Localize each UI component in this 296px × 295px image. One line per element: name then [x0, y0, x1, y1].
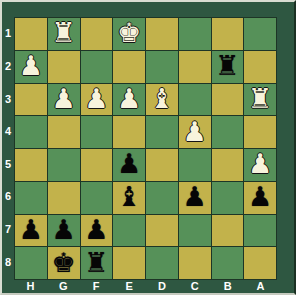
square-d1[interactable]: [146, 18, 178, 50]
white-pawn-f3[interactable]: ♟: [84, 85, 108, 112]
file-label-f: F: [80, 278, 113, 293]
square-f8[interactable]: ♜: [81, 247, 113, 279]
black-pawn-f7[interactable]: ♟: [84, 216, 108, 243]
square-e6[interactable]: ♝: [113, 182, 145, 214]
square-e2[interactable]: [113, 51, 145, 83]
square-e5[interactable]: ♟: [113, 149, 145, 181]
square-b6[interactable]: [212, 182, 244, 214]
white-pawn-g3[interactable]: ♟: [52, 85, 76, 112]
square-d3[interactable]: ♝: [146, 84, 178, 116]
square-b2[interactable]: ♜: [212, 51, 244, 83]
square-g7[interactable]: ♟: [48, 215, 80, 247]
square-d7[interactable]: [146, 215, 178, 247]
black-pawn-h7[interactable]: ♟: [19, 216, 43, 243]
square-b5[interactable]: [212, 149, 244, 181]
square-c2[interactable]: [179, 51, 211, 83]
rank-label-2: 2: [2, 50, 14, 83]
square-c4[interactable]: ♟: [179, 116, 211, 148]
file-label-a: A: [244, 278, 277, 293]
square-f6[interactable]: [81, 182, 113, 214]
rank-label-1: 1: [2, 17, 14, 50]
square-b7[interactable]: [212, 215, 244, 247]
rank-label-8: 8: [2, 245, 14, 278]
square-c7[interactable]: [179, 215, 211, 247]
file-label-h: H: [14, 278, 47, 293]
square-d8[interactable]: [146, 247, 178, 279]
file-labels: HGFEDCBA: [14, 278, 277, 293]
square-f2[interactable]: [81, 51, 113, 83]
square-d2[interactable]: [146, 51, 178, 83]
square-b4[interactable]: [212, 116, 244, 148]
square-a4[interactable]: [244, 116, 276, 148]
square-a7[interactable]: [244, 215, 276, 247]
square-f4[interactable]: [81, 116, 113, 148]
square-c1[interactable]: [179, 18, 211, 50]
square-a1[interactable]: [244, 18, 276, 50]
rank-label-4: 4: [2, 115, 14, 148]
rank-label-7: 7: [2, 213, 14, 246]
white-pawn-a5[interactable]: ♟: [248, 150, 272, 177]
square-h1[interactable]: [15, 18, 47, 50]
square-e3[interactable]: ♟: [113, 84, 145, 116]
black-pawn-c6[interactable]: ♟: [183, 183, 207, 210]
black-pawn-a6[interactable]: ♟: [248, 183, 272, 210]
white-king-e1[interactable]: ♚: [117, 19, 141, 46]
black-rook-b2[interactable]: ♜: [215, 52, 239, 79]
black-pawn-e5[interactable]: ♟: [117, 150, 141, 177]
rank-label-5: 5: [2, 148, 14, 181]
square-e1[interactable]: ♚: [113, 18, 145, 50]
white-pawn-e3[interactable]: ♟: [117, 85, 141, 112]
square-g8[interactable]: ♚: [48, 247, 80, 279]
square-c5[interactable]: [179, 149, 211, 181]
black-bishop-e6[interactable]: ♝: [117, 183, 141, 210]
black-rook-f8[interactable]: ♜: [84, 249, 108, 276]
square-d4[interactable]: [146, 116, 178, 148]
square-h2[interactable]: ♟: [15, 51, 47, 83]
chess-board-frame: 12345678 ♜♚♟♜♟♟♟♝♜♟♟♟♝♟♟♟♟♟♚♜ HGFEDCBA: [0, 0, 296, 295]
square-h5[interactable]: [15, 149, 47, 181]
square-f1[interactable]: [81, 18, 113, 50]
square-g5[interactable]: [48, 149, 80, 181]
square-g2[interactable]: [48, 51, 80, 83]
square-c8[interactable]: [179, 247, 211, 279]
square-e7[interactable]: [113, 215, 145, 247]
square-b3[interactable]: [212, 84, 244, 116]
square-d6[interactable]: [146, 182, 178, 214]
square-c6[interactable]: ♟: [179, 182, 211, 214]
square-a5[interactable]: ♟: [244, 149, 276, 181]
square-a6[interactable]: ♟: [244, 182, 276, 214]
file-label-d: D: [146, 278, 179, 293]
file-label-g: G: [47, 278, 80, 293]
black-pawn-g7[interactable]: ♟: [52, 216, 76, 243]
rank-label-3: 3: [2, 82, 14, 115]
square-h8[interactable]: [15, 247, 47, 279]
square-h4[interactable]: [15, 116, 47, 148]
file-label-b: B: [211, 278, 244, 293]
file-label-e: E: [113, 278, 146, 293]
square-h3[interactable]: [15, 84, 47, 116]
square-g1[interactable]: ♜: [48, 18, 80, 50]
file-label-c: C: [178, 278, 211, 293]
white-pawn-c4[interactable]: ♟: [183, 118, 207, 145]
white-rook-g1[interactable]: ♜: [52, 19, 76, 46]
chess-board: ♜♚♟♜♟♟♟♝♜♟♟♟♝♟♟♟♟♟♚♜: [14, 17, 277, 280]
square-e4[interactable]: [113, 116, 145, 148]
square-g4[interactable]: [48, 116, 80, 148]
square-g3[interactable]: ♟: [48, 84, 80, 116]
black-king-g8[interactable]: ♚: [52, 249, 76, 276]
square-b1[interactable]: [212, 18, 244, 50]
rank-labels: 12345678: [2, 17, 14, 278]
square-f7[interactable]: ♟: [81, 215, 113, 247]
square-e8[interactable]: [113, 247, 145, 279]
rank-label-6: 6: [2, 180, 14, 213]
white-bishop-d3[interactable]: ♝: [150, 85, 174, 112]
white-pawn-h2[interactable]: ♟: [19, 52, 43, 79]
square-a3[interactable]: ♜: [244, 84, 276, 116]
square-h6[interactable]: [15, 182, 47, 214]
square-f3[interactable]: ♟: [81, 84, 113, 116]
square-f5[interactable]: [81, 149, 113, 181]
white-rook-a3[interactable]: ♜: [248, 85, 272, 112]
square-c3[interactable]: [179, 84, 211, 116]
square-h7[interactable]: ♟: [15, 215, 47, 247]
square-a8[interactable]: [244, 247, 276, 279]
square-a2[interactable]: [244, 51, 276, 83]
square-b8[interactable]: [212, 247, 244, 279]
square-d5[interactable]: [146, 149, 178, 181]
square-g6[interactable]: [48, 182, 80, 214]
